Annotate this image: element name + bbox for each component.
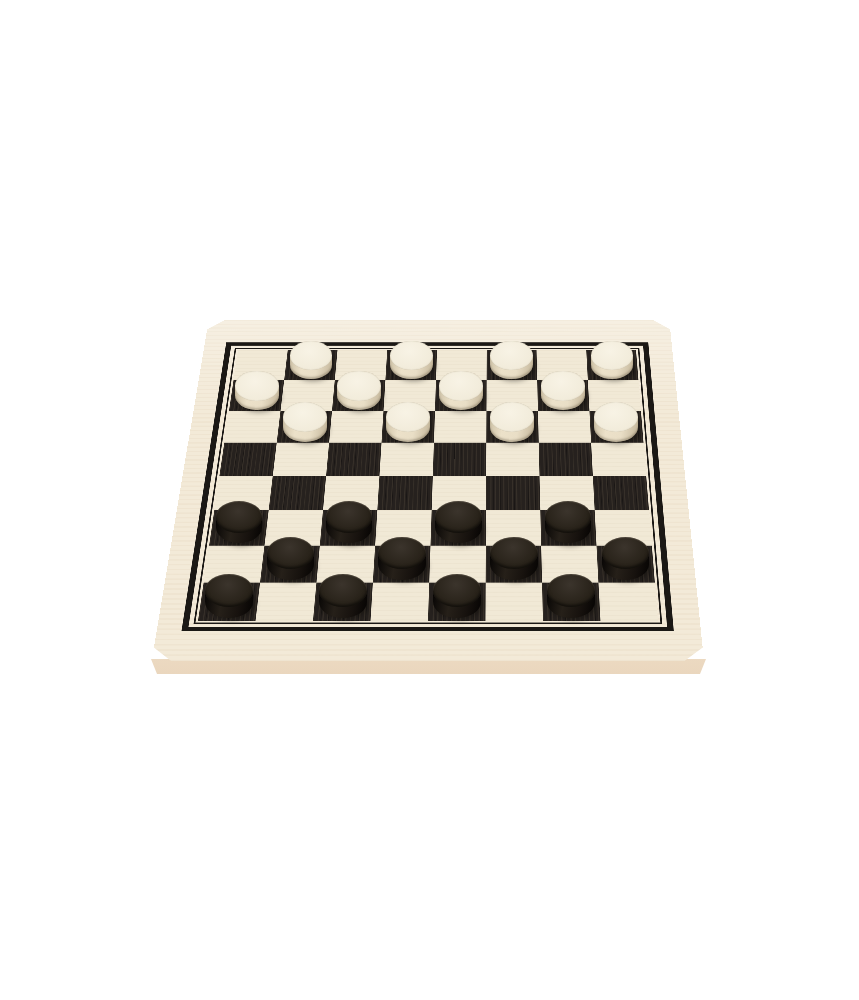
piece-black-a3[interactable]: [216, 501, 263, 544]
piece-black-g3[interactable]: [545, 501, 592, 544]
piece-black-b2[interactable]: [267, 537, 315, 581]
piece-white-h8[interactable]: [591, 341, 634, 379]
piece-black-e1[interactable]: [433, 574, 481, 618]
piece-black-c3[interactable]: [326, 501, 373, 544]
piece-white-e7[interactable]: [439, 371, 482, 410]
piece-white-h6[interactable]: [594, 402, 638, 442]
piece-white-f6[interactable]: [490, 402, 534, 442]
piece-white-b8[interactable]: [290, 341, 333, 379]
piece-black-g1[interactable]: [547, 574, 595, 618]
piece-white-a7[interactable]: [235, 371, 278, 410]
piece-black-e3[interactable]: [435, 501, 482, 544]
checkers-board-photo: [0, 0, 859, 1000]
piece-black-f2[interactable]: [490, 537, 538, 581]
piece-black-h2[interactable]: [602, 537, 650, 581]
piece-black-c1[interactable]: [319, 574, 367, 618]
piece-black-a1[interactable]: [205, 574, 253, 618]
piece-white-c7[interactable]: [337, 371, 380, 410]
piece-white-d8[interactable]: [390, 341, 433, 379]
pieces-layer: [0, 0, 859, 1000]
piece-white-d6[interactable]: [386, 402, 430, 442]
piece-black-d2[interactable]: [378, 537, 426, 581]
piece-white-g7[interactable]: [541, 371, 584, 410]
piece-white-b6[interactable]: [283, 402, 327, 442]
piece-white-f8[interactable]: [490, 341, 533, 379]
